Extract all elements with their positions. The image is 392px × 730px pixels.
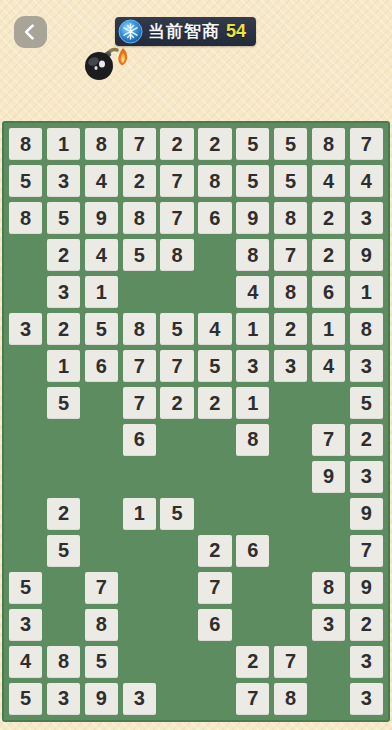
grid-cell[interactable]: 6 — [123, 424, 156, 456]
grid-cell[interactable]: 5 — [350, 387, 383, 419]
grid-cell[interactable]: 9 — [85, 683, 118, 715]
grid-cell[interactable]: 5 — [236, 128, 269, 160]
grid-cell-empty — [47, 461, 80, 493]
grid-cell[interactable]: 2 — [198, 387, 231, 419]
grid-cell[interactable]: 1 — [47, 350, 80, 382]
grid-cell-empty — [236, 572, 269, 604]
grid-cell-empty — [123, 276, 156, 308]
grid-cell-empty — [9, 498, 42, 530]
grid-cell[interactable]: 3 — [9, 609, 42, 641]
grid-cell-empty — [198, 424, 231, 456]
grid-cell[interactable]: 8 — [85, 609, 118, 641]
grid-cell[interactable]: 5 — [274, 128, 307, 160]
grid-cell[interactable]: 2 — [350, 609, 383, 641]
grid-cell[interactable]: 8 — [274, 202, 307, 234]
grid-cell[interactable]: 1 — [85, 276, 118, 308]
grid-cell[interactable]: 7 — [236, 683, 269, 715]
grid-cell[interactable]: 8 — [274, 683, 307, 715]
grid-cell[interactable]: 8 — [123, 202, 156, 234]
grid-cell[interactable]: 3 — [236, 350, 269, 382]
grid-cell[interactable]: 2 — [198, 128, 231, 160]
grid-cell-empty — [236, 498, 269, 530]
grid-cell[interactable]: 5 — [160, 498, 193, 530]
grid-cell-empty — [9, 350, 42, 382]
grid-cell[interactable]: 6 — [198, 609, 231, 641]
grid-cell[interactable]: 2 — [312, 239, 345, 271]
grid-cell[interactable]: 3 — [9, 313, 42, 345]
grid-cell-empty — [274, 535, 307, 567]
grid-cell-empty — [47, 424, 80, 456]
grid-cell[interactable]: 3 — [350, 461, 383, 493]
grid-cell-empty — [198, 683, 231, 715]
grid-cell-empty — [274, 609, 307, 641]
grid-cell-empty — [9, 535, 42, 567]
grid-cell[interactable]: 5 — [85, 313, 118, 345]
grid-cell[interactable]: 7 — [160, 165, 193, 197]
grid-cell[interactable]: 8 — [312, 128, 345, 160]
grid-cell[interactable]: 3 — [350, 202, 383, 234]
game-screen: 当前智商 54 81872255875342785544859876982324… — [0, 0, 392, 730]
grid-cell-empty — [312, 387, 345, 419]
grid-cell[interactable]: 3 — [123, 683, 156, 715]
grid-cell[interactable]: 5 — [9, 683, 42, 715]
grid-cell[interactable]: 4 — [85, 239, 118, 271]
grid-cell[interactable]: 4 — [350, 165, 383, 197]
grid-cell[interactable]: 7 — [160, 202, 193, 234]
grid-cell[interactable]: 8 — [9, 202, 42, 234]
grid-cell-empty — [198, 498, 231, 530]
grid-cell-empty — [312, 498, 345, 530]
grid-cell[interactable]: 5 — [123, 239, 156, 271]
grid-cell[interactable]: 3 — [350, 646, 383, 678]
grid-cell-empty — [236, 609, 269, 641]
grid-cell-empty — [9, 461, 42, 493]
grid-cell[interactable]: 7 — [274, 646, 307, 678]
grid-cell[interactable]: 3 — [47, 683, 80, 715]
grid-cell-empty — [312, 535, 345, 567]
grid-cell[interactable]: 7 — [85, 572, 118, 604]
grid-cell[interactable]: 2 — [123, 165, 156, 197]
grid-cell-empty — [160, 535, 193, 567]
grid-cell[interactable]: 6 — [312, 276, 345, 308]
grid-cell[interactable]: 8 — [312, 572, 345, 604]
grid-cell[interactable]: 2 — [160, 128, 193, 160]
game-board: 8187225587534278554485987698232458872931… — [2, 121, 390, 722]
grid-cell[interactable]: 9 — [236, 202, 269, 234]
grid-cell[interactable]: 5 — [160, 313, 193, 345]
grid-cell[interactable]: 4 — [85, 165, 118, 197]
grid-cell[interactable]: 4 — [9, 646, 42, 678]
grid-cell-empty — [274, 424, 307, 456]
grid-cell[interactable]: 9 — [312, 461, 345, 493]
grid-cell-empty — [198, 239, 231, 271]
grid-cell[interactable]: 4 — [312, 350, 345, 382]
grid-cell-empty — [274, 572, 307, 604]
grid-cell[interactable]: 9 — [350, 498, 383, 530]
grid-cell[interactable]: 9 — [85, 202, 118, 234]
grid-cell[interactable]: 2 — [274, 313, 307, 345]
grid-cell-empty — [123, 461, 156, 493]
grid-cell[interactable]: 2 — [198, 535, 231, 567]
grid-cell-empty — [160, 461, 193, 493]
grid-cell[interactable]: 8 — [350, 313, 383, 345]
grid-cell[interactable]: 1 — [350, 276, 383, 308]
grid-cell[interactable]: 8 — [9, 128, 42, 160]
back-button[interactable] — [14, 16, 47, 48]
grid-cell[interactable]: 7 — [350, 535, 383, 567]
grid-cell-empty — [47, 572, 80, 604]
grid-cell[interactable]: 5 — [236, 165, 269, 197]
grid-cell-empty — [274, 498, 307, 530]
grid-cell[interactable]: 2 — [160, 387, 193, 419]
grid-cell[interactable]: 4 — [198, 313, 231, 345]
grid-cell-empty — [123, 572, 156, 604]
grid-cell[interactable]: 8 — [274, 276, 307, 308]
grid-cell[interactable]: 1 — [123, 498, 156, 530]
grid-cell-empty — [85, 424, 118, 456]
grid-cell[interactable]: 8 — [160, 239, 193, 271]
grid-cell-empty — [198, 276, 231, 308]
grid-cell[interactable]: 4 — [312, 165, 345, 197]
grid-cell[interactable]: 7 — [312, 424, 345, 456]
grid-cell[interactable]: 2 — [47, 498, 80, 530]
grid-cell[interactable]: 3 — [312, 609, 345, 641]
grid-cell[interactable]: 2 — [312, 202, 345, 234]
grid-cell[interactable]: 3 — [47, 165, 80, 197]
grid-cell-empty — [123, 646, 156, 678]
grid-cell[interactable]: 2 — [47, 239, 80, 271]
grid-cell[interactable]: 5 — [47, 202, 80, 234]
grid-cell[interactable]: 7 — [274, 239, 307, 271]
grid-cell[interactable]: 7 — [123, 350, 156, 382]
grid-cell[interactable]: 6 — [236, 535, 269, 567]
iq-label: 当前智商 — [148, 20, 220, 43]
grid-cell-empty — [160, 572, 193, 604]
grid-cell[interactable]: 5 — [47, 535, 80, 567]
grid-cell[interactable]: 2 — [350, 424, 383, 456]
blue-gem-icon — [118, 19, 143, 44]
grid-cell[interactable]: 5 — [274, 165, 307, 197]
grid-cell[interactable]: 3 — [274, 350, 307, 382]
grid-cell-empty — [123, 609, 156, 641]
grid-cell-empty — [198, 461, 231, 493]
grid-cell-empty — [9, 276, 42, 308]
grid-cell[interactable]: 4 — [236, 276, 269, 308]
grid-cell[interactable]: 6 — [198, 202, 231, 234]
grid-cell[interactable]: 7 — [350, 128, 383, 160]
grid-cell[interactable]: 1 — [236, 313, 269, 345]
grid-cell[interactable]: 7 — [198, 572, 231, 604]
iq-value: 54 — [226, 21, 246, 42]
grid-cell-empty — [85, 461, 118, 493]
grid-cell[interactable]: 6 — [85, 350, 118, 382]
grid-cell-empty — [85, 387, 118, 419]
grid-cell-empty — [312, 683, 345, 715]
grid-cell[interactable]: 8 — [236, 424, 269, 456]
grid-cell-empty — [160, 683, 193, 715]
grid-cell-empty — [9, 239, 42, 271]
grid-cell-empty — [312, 646, 345, 678]
grid-cell-empty — [160, 424, 193, 456]
grid-cell-empty — [160, 646, 193, 678]
grid-cell-empty — [274, 387, 307, 419]
grid-cell-empty — [123, 535, 156, 567]
chevron-left-icon — [23, 24, 40, 41]
grid-cell-empty — [9, 424, 42, 456]
grid-cell[interactable]: 1 — [236, 387, 269, 419]
grid-cell-empty — [47, 609, 80, 641]
grid-cell-empty — [274, 461, 307, 493]
grid-cell-empty — [236, 461, 269, 493]
grid-cell[interactable]: 8 — [85, 128, 118, 160]
grid-cell[interactable]: 7 — [123, 128, 156, 160]
grid-cell[interactable]: 8 — [123, 313, 156, 345]
grid-cell-empty — [85, 535, 118, 567]
grid-cell[interactable]: 7 — [123, 387, 156, 419]
grid-cell[interactable]: 1 — [312, 313, 345, 345]
bomb-icon[interactable] — [78, 42, 140, 84]
grid-cell[interactable]: 1 — [47, 128, 80, 160]
grid-cell[interactable]: 3 — [350, 350, 383, 382]
grid-cell-empty — [160, 276, 193, 308]
grid-cell-empty — [9, 387, 42, 419]
grid-cell[interactable]: 5 — [9, 165, 42, 197]
grid-cell-empty — [160, 609, 193, 641]
grid-cell[interactable]: 5 — [85, 646, 118, 678]
grid-cell[interactable]: 9 — [350, 572, 383, 604]
grid-cell[interactable]: 8 — [47, 646, 80, 678]
grid-cell-empty — [198, 646, 231, 678]
grid-cell[interactable]: 9 — [350, 239, 383, 271]
grid-cell[interactable]: 7 — [160, 350, 193, 382]
grid-cell[interactable]: 5 — [47, 387, 80, 419]
grid-cell[interactable]: 8 — [236, 239, 269, 271]
grid-cell[interactable]: 5 — [9, 572, 42, 604]
grid-cell[interactable]: 2 — [236, 646, 269, 678]
grid-cell-empty — [85, 498, 118, 530]
grid-cell[interactable]: 8 — [198, 165, 231, 197]
grid-cell[interactable]: 5 — [198, 350, 231, 382]
grid-cell[interactable]: 2 — [47, 313, 80, 345]
grid-cell[interactable]: 3 — [47, 276, 80, 308]
grid-cell[interactable]: 3 — [350, 683, 383, 715]
